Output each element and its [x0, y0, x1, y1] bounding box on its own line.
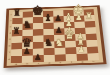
black-rook-a8[interactable]: ♜ [10, 9, 24, 18]
photo-background: a1b2c3d4e5f6g7h8 ♜♜♞♛♟♚♟♝♞♟♟♞♝♟♟♛♚♟♟♜♟♜ [0, 0, 110, 75]
white-rook-b1[interactable]: ♜ [82, 12, 96, 21]
white-knight-f4[interactable]: ♞ [52, 38, 66, 48]
pieces-layer: ♜♜♞♛♟♚♟♝♞♟♟♞♝♟♟♛♚♟♟♜♟♜ [0, 0, 110, 75]
white-pawn-g2[interactable]: ♟ [74, 46, 88, 54]
black-pawn-h6[interactable]: ♟ [31, 54, 45, 62]
